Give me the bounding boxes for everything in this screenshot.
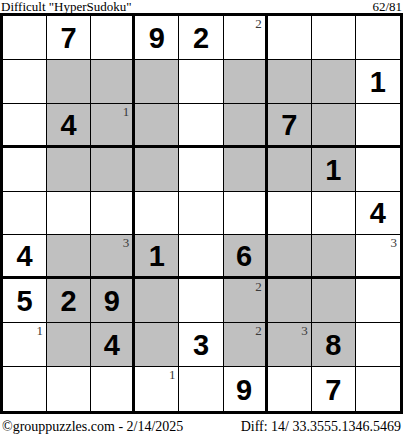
- cell-r7c4[interactable]: [135, 279, 179, 323]
- cell-r5c6[interactable]: [224, 192, 268, 236]
- cell-r8c9[interactable]: [356, 323, 400, 367]
- cell-r6c3[interactable]: 3: [91, 235, 135, 279]
- pencil-mark: 3: [390, 236, 397, 249]
- cell-r6c4[interactable]: 1: [135, 235, 179, 279]
- copyright-text: ©grouppuzzles.com - 2/14/2025: [2, 419, 183, 434]
- cell-r2c9[interactable]: 1: [356, 60, 400, 104]
- given-digit: 9: [236, 376, 252, 405]
- given-digit: 2: [61, 287, 77, 316]
- cell-r2c2[interactable]: [47, 60, 91, 104]
- cell-r3c4[interactable]: [135, 104, 179, 148]
- pencil-mark: 3: [301, 324, 308, 337]
- cell-r2c3[interactable]: [91, 60, 135, 104]
- cell-r9c7[interactable]: [268, 367, 312, 411]
- cell-r9c8[interactable]: 7: [312, 367, 356, 411]
- pencil-mark: 1: [37, 324, 44, 337]
- cell-r9c9[interactable]: [356, 367, 400, 411]
- cell-r7c7[interactable]: [268, 279, 312, 323]
- cell-r7c5[interactable]: [179, 279, 223, 323]
- cell-r3c6[interactable]: [224, 104, 268, 148]
- cell-r9c2[interactable]: [47, 367, 91, 411]
- given-digit: 1: [370, 68, 386, 97]
- cell-r8c2[interactable]: [47, 323, 91, 367]
- cell-r6c6[interactable]: 6: [224, 235, 268, 279]
- cell-r9c3[interactable]: [91, 367, 135, 411]
- cell-r5c3[interactable]: [91, 192, 135, 236]
- sudoku-board: 7922141714431635292143238197: [0, 13, 403, 414]
- cell-r4c1[interactable]: [3, 148, 47, 192]
- cell-r7c6[interactable]: 2: [224, 279, 268, 323]
- cell-r5c2[interactable]: [47, 192, 91, 236]
- cell-r6c2[interactable]: [47, 235, 91, 279]
- header: Difficult "HyperSudoku" 62/81: [0, 0, 403, 13]
- cell-r6c8[interactable]: [312, 235, 356, 279]
- cell-r1c4[interactable]: 9: [135, 16, 179, 60]
- remaining-counter: 62/81: [372, 0, 402, 13]
- cell-r8c5[interactable]: 3: [179, 323, 223, 367]
- cell-r3c5[interactable]: [179, 104, 223, 148]
- given-digit: 6: [236, 242, 252, 271]
- cell-r1c5[interactable]: 2: [179, 16, 223, 60]
- given-digit: 8: [325, 331, 341, 360]
- cell-r5c8[interactable]: [312, 192, 356, 236]
- cell-r1c6[interactable]: 2: [224, 16, 268, 60]
- cell-r5c9[interactable]: 4: [356, 192, 400, 236]
- given-digit: 7: [281, 111, 297, 140]
- given-digit: 9: [104, 287, 120, 316]
- cell-r3c1[interactable]: [3, 104, 47, 148]
- cell-r4c8[interactable]: 1: [312, 148, 356, 192]
- cell-r4c3[interactable]: [91, 148, 135, 192]
- cell-r6c7[interactable]: [268, 235, 312, 279]
- cell-r7c9[interactable]: [356, 279, 400, 323]
- cell-r3c3[interactable]: 1: [91, 104, 135, 148]
- pencil-mark: 1: [123, 105, 130, 118]
- footer: ©grouppuzzles.com - 2/14/2025 Diff: 14/ …: [0, 419, 403, 434]
- cell-r9c4[interactable]: 1: [135, 367, 179, 411]
- cell-r6c1[interactable]: 4: [3, 235, 47, 279]
- cell-r5c1[interactable]: [3, 192, 47, 236]
- cell-r1c9[interactable]: [356, 16, 400, 60]
- given-digit: 4: [16, 242, 32, 271]
- cell-r4c4[interactable]: [135, 148, 179, 192]
- given-digit: 7: [61, 24, 77, 53]
- pencil-mark: 2: [255, 324, 262, 337]
- cell-r6c5[interactable]: [179, 235, 223, 279]
- cell-r7c8[interactable]: [312, 279, 356, 323]
- cell-r4c7[interactable]: [268, 148, 312, 192]
- cell-r8c4[interactable]: [135, 323, 179, 367]
- cell-r3c9[interactable]: [356, 104, 400, 148]
- given-digit: 5: [16, 287, 32, 316]
- given-digit: 9: [149, 24, 165, 53]
- cell-r2c7[interactable]: [268, 60, 312, 104]
- cell-r9c5[interactable]: [179, 367, 223, 411]
- given-digit: 7: [325, 376, 341, 405]
- given-digit: 2: [193, 24, 209, 53]
- given-digit: 1: [149, 242, 165, 271]
- given-digit: 4: [104, 331, 120, 360]
- cell-r1c2[interactable]: 7: [47, 16, 91, 60]
- cell-r2c1[interactable]: [3, 60, 47, 104]
- cell-r4c6[interactable]: [224, 148, 268, 192]
- difficulty-text: Diff: 14/ 33.3555.1346.5469: [241, 419, 401, 434]
- cell-r2c8[interactable]: [312, 60, 356, 104]
- given-digit: 3: [193, 331, 209, 360]
- pencil-mark: 2: [255, 17, 262, 30]
- cell-r8c3[interactable]: 4: [91, 323, 135, 367]
- cell-r8c6[interactable]: 2: [224, 323, 268, 367]
- cell-r8c1[interactable]: 1: [3, 323, 47, 367]
- cell-r1c7[interactable]: [268, 16, 312, 60]
- cell-r7c2[interactable]: 2: [47, 279, 91, 323]
- cell-r3c7[interactable]: 7: [268, 104, 312, 148]
- cell-r1c8[interactable]: [312, 16, 356, 60]
- given-digit: 4: [61, 111, 77, 140]
- cell-r3c8[interactable]: [312, 104, 356, 148]
- cell-r2c6[interactable]: [224, 60, 268, 104]
- cell-r8c8[interactable]: 8: [312, 323, 356, 367]
- cell-r2c4[interactable]: [135, 60, 179, 104]
- cell-r6c9[interactable]: 3: [356, 235, 400, 279]
- cell-r1c3[interactable]: [91, 16, 135, 60]
- puzzle-title: Difficult "HyperSudoku": [1, 0, 132, 13]
- cell-r9c6[interactable]: 9: [224, 367, 268, 411]
- cell-r4c9[interactable]: [356, 148, 400, 192]
- cell-r5c7[interactable]: [268, 192, 312, 236]
- given-digit: 4: [370, 199, 386, 228]
- given-digit: 1: [325, 156, 341, 185]
- cell-r4c2[interactable]: [47, 148, 91, 192]
- cell-r1c1[interactable]: [3, 16, 47, 60]
- cell-r5c5[interactable]: [179, 192, 223, 236]
- pencil-mark: 2: [255, 280, 262, 293]
- cell-r2c5[interactable]: [179, 60, 223, 104]
- cell-r3c2[interactable]: 4: [47, 104, 91, 148]
- cell-r9c1[interactable]: [3, 367, 47, 411]
- cell-r4c5[interactable]: [179, 148, 223, 192]
- cell-r5c4[interactable]: [135, 192, 179, 236]
- pencil-mark: 3: [123, 236, 130, 249]
- cell-r7c3[interactable]: 9: [91, 279, 135, 323]
- cell-r8c7[interactable]: 3: [268, 323, 312, 367]
- cell-r7c1[interactable]: 5: [3, 279, 47, 323]
- pencil-mark: 1: [169, 368, 176, 381]
